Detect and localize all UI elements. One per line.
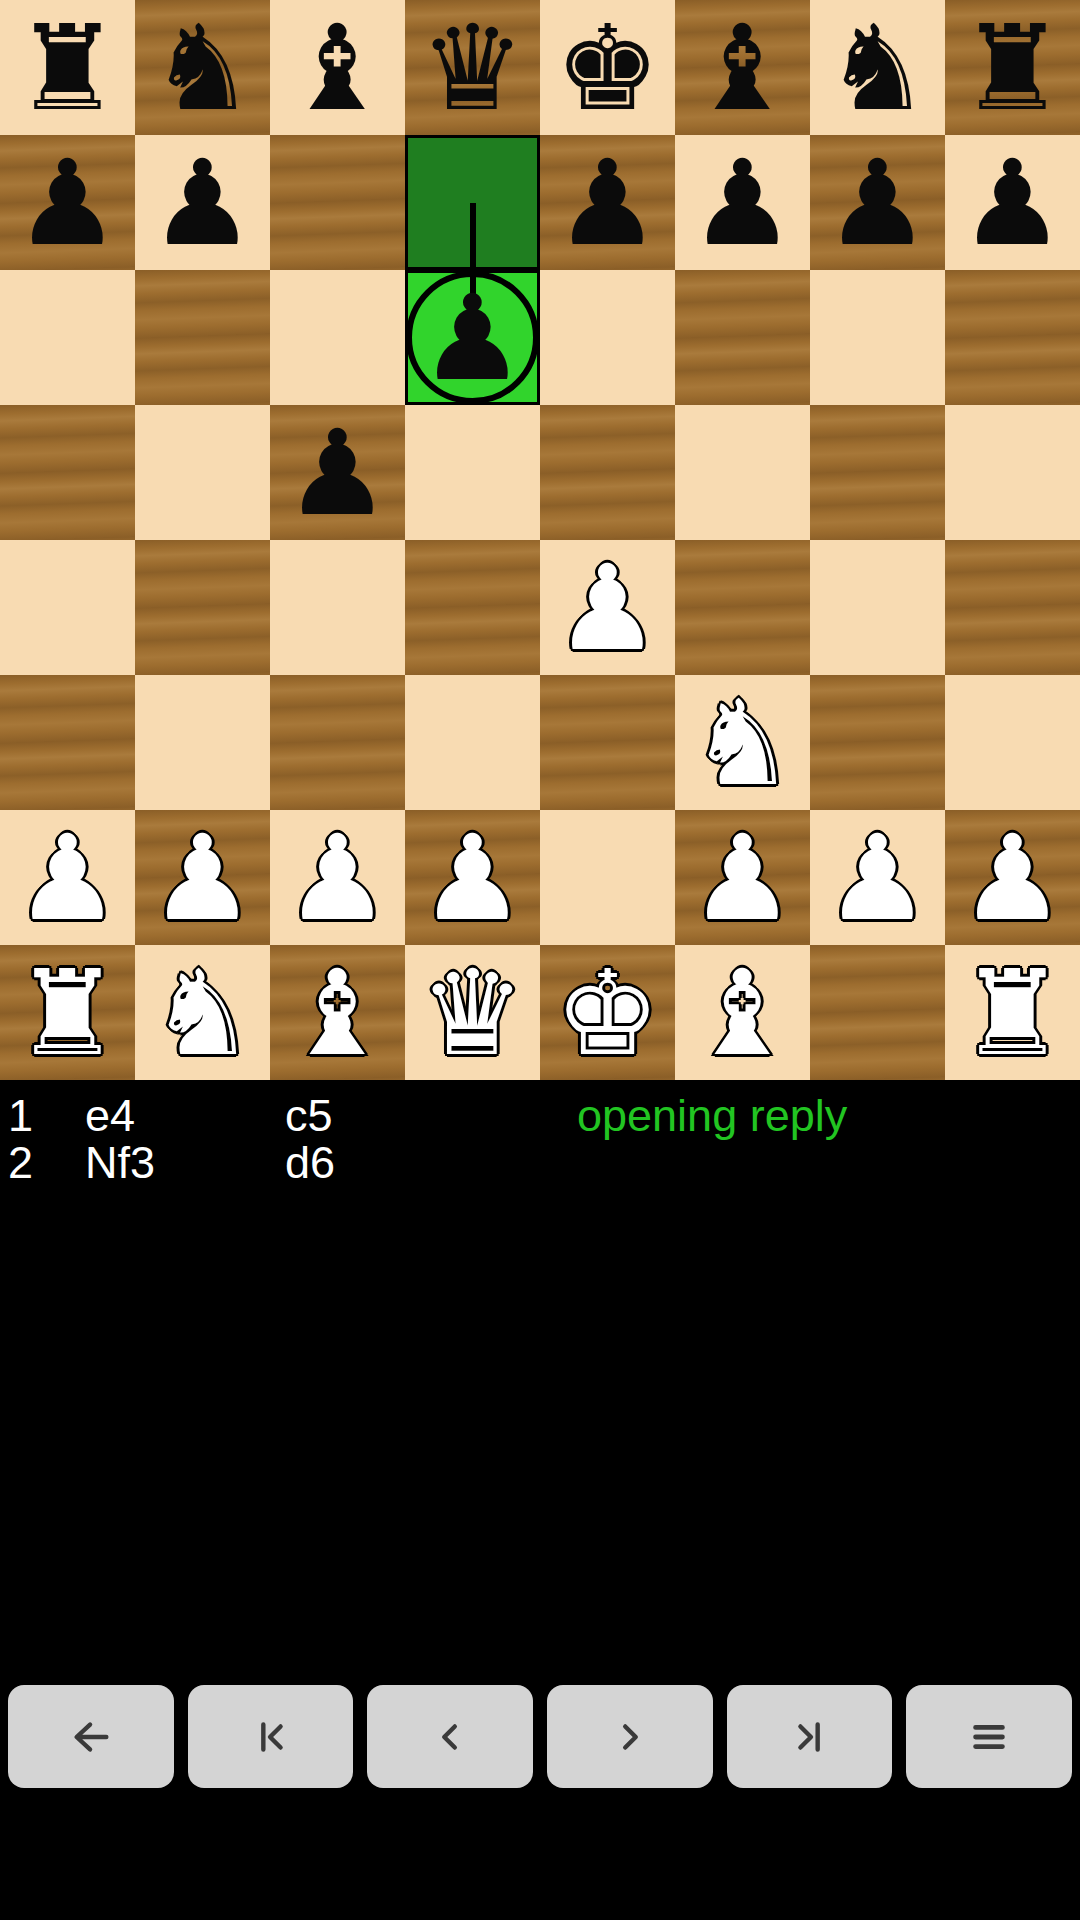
square-h5[interactable] — [945, 405, 1080, 540]
move-row: 1e4c5opening reply — [0, 1092, 1080, 1139]
last-move-button[interactable] — [727, 1685, 893, 1788]
white-knight: ♞ — [675, 675, 810, 810]
hamburger-menu-icon — [966, 1714, 1012, 1760]
square-c7[interactable] — [270, 135, 405, 270]
square-e1[interactable]: ♚ — [540, 945, 675, 1080]
square-h2[interactable]: ♟ — [945, 810, 1080, 945]
black-knight: ♞ — [810, 0, 945, 135]
square-b5[interactable] — [135, 405, 270, 540]
square-c5[interactable]: ♟ — [270, 405, 405, 540]
black-pawn: ♟ — [810, 135, 945, 270]
square-d5[interactable] — [405, 405, 540, 540]
black-pawn: ♟ — [675, 135, 810, 270]
square-d2[interactable]: ♟ — [405, 810, 540, 945]
square-h8[interactable]: ♜ — [945, 0, 1080, 135]
black-king: ♚ — [540, 0, 675, 135]
square-c4[interactable] — [270, 540, 405, 675]
square-g5[interactable] — [810, 405, 945, 540]
white-pawn: ♟ — [540, 540, 675, 675]
square-c8[interactable]: ♝ — [270, 0, 405, 135]
square-d8[interactable]: ♛ — [405, 0, 540, 135]
white-queen: ♛ — [405, 945, 540, 1080]
left-arrow-icon — [68, 1714, 114, 1760]
square-d1[interactable]: ♛ — [405, 945, 540, 1080]
square-f7[interactable]: ♟ — [675, 135, 810, 270]
square-g8[interactable]: ♞ — [810, 0, 945, 135]
black-pawn: ♟ — [945, 135, 1080, 270]
android-nav-bar — [0, 1800, 1080, 1920]
menu-button[interactable] — [906, 1685, 1072, 1788]
black-move: d6 — [285, 1139, 577, 1186]
black-rook: ♜ — [0, 0, 135, 135]
white-pawn: ♟ — [0, 810, 135, 945]
black-queen: ♛ — [405, 0, 540, 135]
white-move: Nf3 — [85, 1139, 285, 1186]
square-e8[interactable]: ♚ — [540, 0, 675, 135]
white-pawn: ♟ — [675, 810, 810, 945]
square-e5[interactable] — [540, 405, 675, 540]
square-a1[interactable]: ♜ — [0, 945, 135, 1080]
chess-board: ♜♞♝♛♚♝♞♜♟♟♟♟♟♟♟♟♟♞♟♟♟♟♟♟♟♜♞♝♛♚♝♜ — [0, 0, 1080, 1080]
move-row: 2Nf3d6 — [0, 1139, 1080, 1186]
white-pawn: ♟ — [945, 810, 1080, 945]
square-e6[interactable] — [540, 270, 675, 405]
next-move-button[interactable] — [547, 1685, 713, 1788]
square-f2[interactable]: ♟ — [675, 810, 810, 945]
square-f4[interactable] — [675, 540, 810, 675]
square-b3[interactable] — [135, 675, 270, 810]
move-annotation — [577, 1139, 1080, 1186]
black-bishop: ♝ — [675, 0, 810, 135]
square-g6[interactable] — [810, 270, 945, 405]
square-a2[interactable]: ♟ — [0, 810, 135, 945]
square-h7[interactable]: ♟ — [945, 135, 1080, 270]
white-pawn: ♟ — [270, 810, 405, 945]
black-pawn: ♟ — [405, 270, 540, 405]
square-b8[interactable]: ♞ — [135, 0, 270, 135]
move-annotation: opening reply — [577, 1092, 1080, 1139]
first-move-button[interactable] — [188, 1685, 354, 1788]
square-a6[interactable] — [0, 270, 135, 405]
white-bishop: ♝ — [270, 945, 405, 1080]
square-b1[interactable]: ♞ — [135, 945, 270, 1080]
square-d6[interactable]: ♟ — [405, 270, 540, 405]
move-list: 1e4c5opening reply2Nf3d6 — [0, 1080, 1080, 1186]
square-a8[interactable]: ♜ — [0, 0, 135, 135]
chevron-right-icon — [607, 1714, 653, 1760]
square-f5[interactable] — [675, 405, 810, 540]
black-pawn: ♟ — [135, 135, 270, 270]
square-a3[interactable] — [0, 675, 135, 810]
square-c2[interactable]: ♟ — [270, 810, 405, 945]
square-f6[interactable] — [675, 270, 810, 405]
skip-to-end-icon — [787, 1714, 833, 1760]
black-move: c5 — [285, 1092, 577, 1139]
square-g4[interactable] — [810, 540, 945, 675]
black-rook: ♜ — [945, 0, 1080, 135]
white-pawn: ♟ — [135, 810, 270, 945]
white-rook: ♜ — [945, 945, 1080, 1080]
back-button[interactable] — [8, 1685, 174, 1788]
white-king: ♚ — [540, 945, 675, 1080]
square-d4[interactable] — [405, 540, 540, 675]
square-f1[interactable]: ♝ — [675, 945, 810, 1080]
square-a7[interactable]: ♟ — [0, 135, 135, 270]
black-bishop: ♝ — [270, 0, 405, 135]
square-e2[interactable] — [540, 810, 675, 945]
move-number: 1 — [8, 1092, 85, 1139]
square-c1[interactable]: ♝ — [270, 945, 405, 1080]
square-b4[interactable] — [135, 540, 270, 675]
skip-to-start-icon — [248, 1714, 294, 1760]
app-root: { "game": "chess", "position": { "fen": … — [0, 0, 1080, 1920]
square-a5[interactable] — [0, 405, 135, 540]
square-e3[interactable] — [540, 675, 675, 810]
square-f3[interactable]: ♞ — [675, 675, 810, 810]
square-h1[interactable]: ♜ — [945, 945, 1080, 1080]
toolbar — [8, 1685, 1072, 1788]
square-g1[interactable] — [810, 945, 945, 1080]
square-g2[interactable]: ♟ — [810, 810, 945, 945]
move-trail-line — [470, 203, 476, 271]
black-pawn: ♟ — [0, 135, 135, 270]
white-pawn: ♟ — [810, 810, 945, 945]
square-f8[interactable]: ♝ — [675, 0, 810, 135]
square-g3[interactable] — [810, 675, 945, 810]
square-b2[interactable]: ♟ — [135, 810, 270, 945]
square-c3[interactable] — [270, 675, 405, 810]
square-c6[interactable] — [270, 270, 405, 405]
white-rook: ♜ — [0, 945, 135, 1080]
white-knight: ♞ — [135, 945, 270, 1080]
square-e7[interactable]: ♟ — [540, 135, 675, 270]
square-e4[interactable]: ♟ — [540, 540, 675, 675]
previous-move-button[interactable] — [367, 1685, 533, 1788]
black-knight: ♞ — [135, 0, 270, 135]
black-pawn: ♟ — [540, 135, 675, 270]
square-b7[interactable]: ♟ — [135, 135, 270, 270]
square-h6[interactable] — [945, 270, 1080, 405]
square-d7[interactable] — [405, 135, 540, 270]
square-g7[interactable]: ♟ — [810, 135, 945, 270]
square-h3[interactable] — [945, 675, 1080, 810]
chevron-left-icon — [427, 1714, 473, 1760]
square-h4[interactable] — [945, 540, 1080, 675]
square-a4[interactable] — [0, 540, 135, 675]
black-pawn: ♟ — [270, 405, 405, 540]
white-move: e4 — [85, 1092, 285, 1139]
square-b6[interactable] — [135, 270, 270, 405]
square-d3[interactable] — [405, 675, 540, 810]
move-number: 2 — [8, 1139, 85, 1186]
white-pawn: ♟ — [405, 810, 540, 945]
white-bishop: ♝ — [675, 945, 810, 1080]
